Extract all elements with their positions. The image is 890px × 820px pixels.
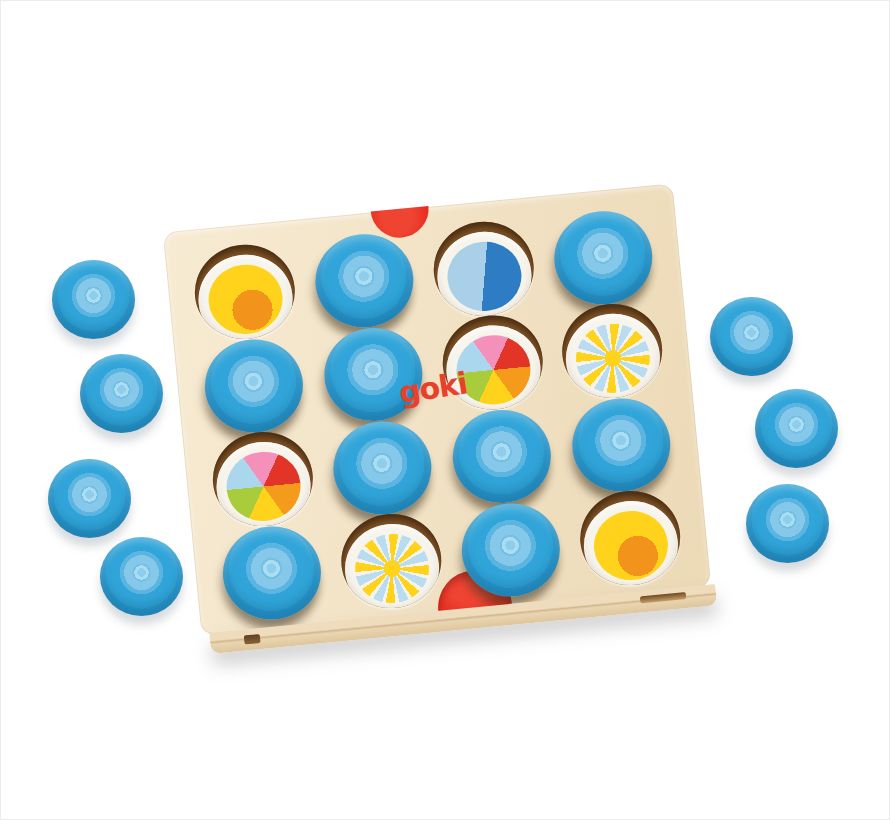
- picture-disc: [341, 520, 443, 613]
- cell-r3c1[interactable]: [199, 426, 327, 531]
- cell-r1c1[interactable]: [181, 239, 309, 344]
- cell-r4c3[interactable]: [447, 497, 575, 602]
- cell-r4c1[interactable]: [208, 520, 336, 625]
- cell-r3c3[interactable]: [438, 403, 566, 508]
- tile-yellow-dot: [206, 262, 286, 338]
- memory-board: goki: [163, 183, 711, 635]
- memory-cap[interactable]: [449, 405, 555, 507]
- memory-cap[interactable]: [311, 229, 417, 331]
- tile-yellow-dot: [591, 508, 671, 584]
- loose-cap-left-1[interactable]: [52, 260, 135, 339]
- memory-cap[interactable]: [458, 499, 564, 601]
- memory-cap[interactable]: [201, 334, 307, 436]
- tile-blue-halves: [445, 239, 525, 315]
- picture-disc: [580, 497, 682, 590]
- board-hole: [429, 217, 538, 320]
- picture-disc: [195, 251, 297, 344]
- board-hole: [209, 427, 318, 530]
- tile-pinwheel: [352, 531, 432, 607]
- cell-r1c2[interactable]: [300, 228, 428, 333]
- cell-r4c2[interactable]: [327, 509, 455, 614]
- cell-r4c4[interactable]: [566, 486, 694, 591]
- loose-cap-left-2[interactable]: [80, 354, 163, 433]
- board-hole: [576, 486, 685, 589]
- cell-r2c4[interactable]: [548, 298, 676, 403]
- memory-cap[interactable]: [550, 206, 656, 308]
- cell-r2c1[interactable]: [190, 333, 318, 438]
- cell-r3c4[interactable]: [557, 392, 685, 497]
- picture-disc: [562, 310, 664, 403]
- board-hole: [558, 299, 667, 402]
- memory-cap[interactable]: [219, 522, 325, 624]
- picture-disc: [433, 228, 535, 321]
- cell-r1c3[interactable]: [420, 216, 548, 321]
- loose-cap-right-2[interactable]: [755, 389, 838, 468]
- board-hole: [337, 510, 446, 613]
- loose-cap-right-3[interactable]: [746, 484, 829, 563]
- tile-pinwheel: [573, 321, 653, 397]
- loose-cap-left-3[interactable]: [48, 459, 131, 538]
- loose-cap-left-4[interactable]: [100, 537, 183, 616]
- side-slot-left: [244, 634, 261, 644]
- memory-cap[interactable]: [329, 417, 435, 519]
- board-hole: [191, 240, 300, 343]
- cell-r3c2[interactable]: [318, 415, 446, 520]
- memory-cap[interactable]: [568, 394, 674, 496]
- product-photo-stage: goki: [0, 0, 890, 820]
- loose-cap-right-1[interactable]: [710, 297, 793, 376]
- side-slot-right: [640, 592, 686, 603]
- tile-color-wheel: [224, 449, 304, 525]
- picture-disc: [213, 438, 315, 531]
- cell-r1c4[interactable]: [539, 205, 667, 310]
